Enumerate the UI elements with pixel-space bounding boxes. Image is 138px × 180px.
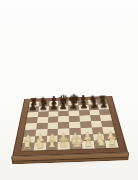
piece-black-bishop: ♝ bbox=[48, 95, 58, 106]
square-e1: ♚ bbox=[70, 141, 82, 149]
piece-black-queen: ♛ bbox=[58, 94, 68, 106]
square-d5 bbox=[58, 116, 69, 122]
board-frame: ♜♞♝♛♚♝♞♜♟♟♟♟♟♟♟♟♟♟♟♟♟♟♟♟♜♞♝♛♚♝♞♜ bbox=[12, 96, 128, 157]
board-tilt: ♜♞♝♛♚♝♞♜♟♟♟♟♟♟♟♟♟♟♟♟♟♟♟♟♜♞♝♛♚♝♞♜ bbox=[12, 96, 128, 157]
piece-white-pawn: ♟ bbox=[34, 132, 46, 143]
square-b1: ♞ bbox=[33, 143, 46, 151]
hinge-seam bbox=[12, 157, 129, 162]
square-e4 bbox=[69, 122, 80, 129]
chess-board: ♜♞♝♛♚♝♞♜♟♟♟♟♟♟♟♟♟♟♟♟♟♟♟♟♜♞♝♛♚♝♞♜ bbox=[21, 99, 119, 151]
square-f1: ♝ bbox=[81, 141, 94, 149]
square-h1: ♜ bbox=[105, 140, 119, 148]
board-front-edge bbox=[11, 152, 129, 164]
piece-black-rook: ♜ bbox=[29, 97, 39, 107]
square-a1: ♜ bbox=[21, 143, 34, 151]
piece-white-pawn: ♟ bbox=[81, 131, 93, 142]
square-d1: ♛ bbox=[58, 142, 70, 150]
chess-set-product-photo[interactable]: ♜♞♝♛♚♝♞♜♟♟♟♟♟♟♟♟♟♟♟♟♟♟♟♟♜♞♝♛♚♝♞♜ bbox=[0, 0, 138, 180]
piece-black-king: ♚ bbox=[68, 92, 78, 105]
piece-black-rook: ♜ bbox=[98, 94, 108, 104]
square-g1: ♞ bbox=[93, 141, 106, 149]
board-perspective-wrap: ♜♞♝♛♚♝♞♜♟♟♟♟♟♟♟♟♟♟♟♟♟♟♟♟♜♞♝♛♚♝♞♜ bbox=[17, 70, 120, 173]
square-c1: ♝ bbox=[46, 142, 58, 150]
piece-black-knight: ♞ bbox=[38, 96, 48, 106]
square-d4 bbox=[58, 122, 69, 129]
square-c5 bbox=[48, 117, 59, 123]
